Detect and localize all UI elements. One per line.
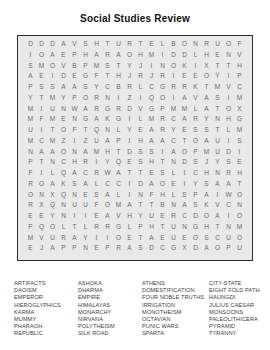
- grid-cell-r1c2: D: [36, 39, 47, 50]
- grid-cell-r18c3: O: [47, 222, 58, 233]
- grid-cell-r12c2: T: [36, 157, 47, 168]
- grid-cell-r7c8: G: [102, 104, 113, 115]
- grid-cell-r14c19: A: [223, 179, 234, 190]
- grid-cell-r1c4: A: [58, 39, 69, 50]
- grid-cell-r5c18: M: [212, 82, 223, 93]
- grid-cell-r13c12: E: [146, 168, 157, 179]
- grid-cell-r7c19: O: [223, 104, 234, 115]
- word-list-item: DOMESTIFICATION: [142, 287, 209, 294]
- grid-cell-r3c19: T: [223, 61, 234, 72]
- grid-cell-r1c15: O: [179, 39, 190, 50]
- grid-cell-r16c13: B: [157, 200, 168, 211]
- grid-cell-r5c17: T: [201, 82, 212, 93]
- grid-cell-r19c10: E: [124, 233, 135, 244]
- grid-cell-r19c9: O: [113, 233, 124, 244]
- grid-cell-r8c3: M: [47, 114, 58, 125]
- grid-cell-r7c1: M: [25, 104, 36, 115]
- grid-cell-r14c3: A: [47, 179, 58, 190]
- grid-cell-r18c4: L: [58, 222, 69, 233]
- grid-cell-r5c9: B: [113, 82, 124, 93]
- grid-cell-r18c15: N: [179, 222, 190, 233]
- grid-cell-r20c19: P: [223, 243, 234, 254]
- grid-cell-r12c7: I: [91, 157, 102, 168]
- grid-cell-r1c14: B: [168, 39, 179, 50]
- grid-cell-r10c1: M: [25, 136, 36, 147]
- word-list-item: ARTIFACTS: [14, 280, 78, 287]
- grid-cell-r13c11: T: [135, 168, 146, 179]
- grid-cell-r14c18: A: [212, 179, 223, 190]
- grid-cell-r19c5: A: [69, 233, 80, 244]
- grid-cell-r4c16: E: [190, 71, 201, 82]
- grid-cell-r17c8: A: [102, 211, 113, 222]
- grid-cell-r8c5: N: [69, 114, 80, 125]
- grid-cell-r17c16: D: [190, 211, 201, 222]
- grid-cell-r4c11: R: [135, 71, 146, 82]
- word-list-column-4: CITY-STATEEIGHT FOLD PATHHAUNGDIJULIUS C…: [209, 280, 266, 338]
- grid-cell-r3c4: V: [58, 61, 69, 72]
- grid-cell-r15c12: F: [146, 190, 157, 201]
- grid-cell-r20c12: D: [146, 243, 157, 254]
- grid-cell-r19c14: U: [168, 233, 179, 244]
- grid-cell-r13c3: L: [47, 168, 58, 179]
- grid-cell-r6c20: M: [234, 93, 245, 104]
- grid-cell-r18c14: U: [168, 222, 179, 233]
- grid-cell-r19c7: I: [91, 233, 102, 244]
- grid-cell-r13c18: N: [212, 168, 223, 179]
- grid-cell-r1c6: S: [80, 39, 91, 50]
- grid-cell-r11c10: D: [124, 147, 135, 158]
- grid-cell-r18c1: P: [25, 222, 36, 233]
- grid-cell-r13c20: H: [234, 168, 245, 179]
- grid-cell-r16c10: A: [124, 200, 135, 211]
- grid-cell-r4c15: E: [179, 71, 190, 82]
- grid-cell-r1c17: R: [201, 39, 212, 50]
- grid-cell-r11c15: O: [179, 147, 190, 158]
- grid-cell-r4c6: G: [80, 71, 91, 82]
- word-list-item: IRRIGATION: [142, 302, 209, 309]
- grid-cell-r6c1: Y: [25, 93, 36, 104]
- grid-cell-r2c7: A: [91, 50, 102, 61]
- grid-cell-r13c6: C: [80, 168, 91, 179]
- grid-cell-r16c7: F: [91, 200, 102, 211]
- word-list-item: HIEROGLYPHICS: [14, 302, 78, 309]
- grid-cell-r9c16: S: [190, 125, 201, 136]
- grid-cell-r18c16: G: [190, 222, 201, 233]
- grid-cell-r15c3: X: [47, 190, 58, 201]
- grid-cell-r11c16: P: [190, 147, 201, 158]
- grid-cell-r14c15: I: [179, 179, 190, 190]
- word-list-item: DHARMA: [78, 287, 142, 294]
- grid-cell-r14c14: E: [168, 179, 179, 190]
- grid-cell-r19c18: C: [212, 233, 223, 244]
- grid-cell-r13c13: S: [157, 168, 168, 179]
- word-list-item: PALEOLITHICERA: [209, 316, 266, 323]
- grid-cell-r15c6: E: [80, 190, 91, 201]
- grid-cell-r2c8: R: [102, 50, 113, 61]
- grid-cell-r16c14: N: [168, 200, 179, 211]
- grid-cell-r19c4: R: [58, 233, 69, 244]
- grid-cell-r15c10: I: [124, 190, 135, 201]
- grid-cell-r16c15: A: [179, 200, 190, 211]
- grid-cell-r19c16: O: [190, 233, 201, 244]
- grid-cell-r16c18: V: [212, 200, 223, 211]
- word-list-item: MONOTHEISM: [142, 309, 209, 316]
- grid-cell-r20c7: E: [91, 243, 102, 254]
- grid-cell-r9c12: A: [146, 125, 157, 136]
- grid-cell-r1c20: F: [234, 39, 245, 50]
- grid-cell-r15c19: W: [223, 190, 234, 201]
- grid-cell-r19c20: O: [234, 233, 245, 244]
- grid-cell-r14c13: O: [157, 179, 168, 190]
- grid-cell-r2c4: E: [58, 50, 69, 61]
- word-list-item: TYRANNY: [209, 330, 266, 337]
- grid-cell-r7c17: A: [201, 104, 212, 115]
- grid-cell-r14c8: C: [102, 179, 113, 190]
- puzzle-title: Social Studies Review: [0, 13, 270, 24]
- grid-cell-r8c2: F: [36, 114, 47, 125]
- grid-cell-r9c3: T: [47, 125, 58, 136]
- grid-cell-r16c3: Q: [47, 200, 58, 211]
- grid-cell-r4c12: J: [146, 71, 157, 82]
- grid-cell-r14c2: O: [36, 179, 47, 190]
- grid-cell-r17c2: E: [36, 211, 47, 222]
- grid-cell-r8c7: A: [91, 114, 102, 125]
- grid-cell-r10c5: I: [69, 136, 80, 147]
- grid-cell-r10c10: I: [124, 136, 135, 147]
- grid-cell-r14c7: L: [91, 179, 102, 190]
- grid-cell-r5c19: V: [223, 82, 234, 93]
- grid-cell-r13c19: R: [223, 168, 234, 179]
- grid-cell-r15c7: S: [91, 190, 102, 201]
- word-list-column-3: ATHENSDOMESTIFICATIONFOUR NOBLE TRUTHSIR…: [142, 280, 209, 338]
- grid-cell-r12c1: P: [25, 157, 36, 168]
- grid-cell-r13c10: T: [124, 168, 135, 179]
- grid-cell-r1c18: U: [212, 39, 223, 50]
- grid-cell-r20c16: D: [190, 243, 201, 254]
- grid-cell-r14c4: K: [58, 179, 69, 190]
- word-list-item: DAOISM: [14, 287, 78, 294]
- grid-cell-r20c20: U: [234, 243, 245, 254]
- grid-cell-r11c8: H: [102, 147, 113, 158]
- grid-cell-r9c7: Q: [91, 125, 102, 136]
- grid-cell-r6c5: P: [69, 93, 80, 104]
- grid-cell-r10c13: A: [157, 136, 168, 147]
- grid-cell-r7c9: R: [113, 104, 124, 115]
- grid-cell-r12c8: Y: [102, 157, 113, 168]
- grid-cell-r19c12: A: [146, 233, 157, 244]
- grid-cell-r7c11: V: [135, 104, 146, 115]
- grid-cell-r6c8: N: [102, 93, 113, 104]
- grid-cell-r18c18: T: [212, 222, 223, 233]
- grid-cell-r4c19: I: [223, 71, 234, 82]
- grid-cell-r18c10: L: [124, 222, 135, 233]
- grid-cell-r17c11: Y: [135, 211, 146, 222]
- word-list-item: EIGHT FOLD PATH: [209, 287, 266, 294]
- grid-cell-r10c14: C: [168, 136, 179, 147]
- word-list-item: PYRAMID: [209, 323, 266, 330]
- word-list-item: EMPIRE: [78, 294, 142, 301]
- grid-cell-r3c11: J: [135, 61, 146, 72]
- grid-cell-r3c1: S: [25, 61, 36, 72]
- grid-cell-r6c12: Q: [146, 93, 157, 104]
- grid-cell-r15c4: Q: [58, 190, 69, 201]
- grid-cell-r8c15: A: [179, 114, 190, 125]
- grid-cell-r8c11: L: [135, 114, 146, 125]
- grid-cell-r15c2: N: [36, 190, 47, 201]
- grid-cell-r10c15: T: [179, 136, 190, 147]
- grid-cell-r3c18: T: [212, 61, 223, 72]
- grid-cell-r15c8: A: [102, 190, 113, 201]
- grid-cell-r7c3: U: [47, 104, 58, 115]
- grid-cell-r8c13: R: [157, 114, 168, 125]
- grid-cell-r10c18: U: [212, 136, 223, 147]
- grid-cell-r12c3: N: [47, 157, 58, 168]
- grid-cell-r2c2: O: [36, 50, 47, 61]
- grid-cell-r6c9: I: [113, 93, 124, 104]
- grid-cell-r3c6: P: [80, 61, 91, 72]
- grid-cell-r5c20: C: [234, 82, 245, 93]
- grid-cell-r2c18: E: [212, 50, 223, 61]
- grid-cell-r8c18: N: [212, 114, 223, 125]
- grid-cell-r12c11: S: [135, 157, 146, 168]
- grid-cell-r5c6: S: [80, 82, 91, 93]
- grid-cell-r13c14: L: [168, 168, 179, 179]
- grid-cell-r19c19: U: [223, 233, 234, 244]
- grid-cell-r19c2: V: [36, 233, 47, 244]
- grid-cell-r11c19: D: [223, 147, 234, 158]
- grid-cell-r5c13: G: [157, 82, 168, 93]
- grid-cell-r11c13: I: [157, 147, 168, 158]
- grid-cell-r7c20: X: [234, 104, 245, 115]
- grid-cell-r6c19: I: [223, 93, 234, 104]
- grid-cell-r10c12: A: [146, 136, 157, 147]
- grid-cell-r3c5: B: [69, 61, 80, 72]
- grid-cell-r11c12: S: [146, 147, 157, 158]
- grid-cell-r5c7: Y: [91, 82, 102, 93]
- grid-cell-r2c16: L: [190, 50, 201, 61]
- grid-cell-r12c19: S: [223, 157, 234, 168]
- word-list-item: PUNIC WARS: [142, 323, 209, 330]
- grid-cell-r16c4: N: [58, 200, 69, 211]
- grid-cell-r7c15: M: [179, 104, 190, 115]
- grid-cell-r14c16: Y: [190, 179, 201, 190]
- grid-cell-r3c20: H: [234, 61, 245, 72]
- grid-cell-r2c13: I: [157, 50, 168, 61]
- grid-cell-r18c12: H: [146, 222, 157, 233]
- grid-cell-r11c11: S: [135, 147, 146, 158]
- grid-cell-r4c17: O: [201, 71, 212, 82]
- grid-cell-r1c12: E: [146, 39, 157, 50]
- grid-cell-r16c1: R: [25, 200, 36, 211]
- grid-cell-r11c5: N: [69, 147, 80, 158]
- grid-cell-r1c9: U: [113, 39, 124, 50]
- grid-cell-r17c4: N: [58, 211, 69, 222]
- grid-cell-r15c9: L: [113, 190, 124, 201]
- grid-cell-r15c1: O: [25, 190, 36, 201]
- grid-cell-r9c20: M: [234, 125, 245, 136]
- grid-cell-r15c14: L: [168, 190, 179, 201]
- grid-cell-r14c11: D: [135, 179, 146, 190]
- grid-cell-r17c7: E: [91, 211, 102, 222]
- grid-cell-r16c6: U: [80, 200, 91, 211]
- grid-cell-r20c11: S: [135, 243, 146, 254]
- grid-cell-r5c5: A: [69, 82, 80, 93]
- grid-cell-r11c4: O: [58, 147, 69, 158]
- word-list-item: MONARCHY: [78, 309, 142, 316]
- grid-cell-r7c5: W: [69, 104, 80, 115]
- grid-cell-r9c14: Y: [168, 125, 179, 136]
- grid-cell-r20c17: A: [201, 243, 212, 254]
- grid-cell-r2c14: D: [168, 50, 179, 61]
- grid-cell-r3c13: N: [157, 61, 168, 72]
- grid-cell-r7c12: G: [146, 104, 157, 115]
- grid-cell-r7c13: P: [157, 104, 168, 115]
- grid-cell-r1c13: L: [157, 39, 168, 50]
- grid-cell-r11c20: I: [234, 147, 245, 158]
- grid-cell-r6c18: S: [212, 93, 223, 104]
- grid-cell-r9c2: I: [36, 125, 47, 136]
- word-list-item: EMPEROR: [14, 294, 78, 301]
- grid-cell-r16c19: C: [223, 200, 234, 211]
- grid-cell-r4c7: F: [91, 71, 102, 82]
- grid-cell-r16c2: X: [36, 200, 47, 211]
- grid-cell-r6c4: Y: [58, 93, 69, 104]
- grid-cell-r4c2: E: [36, 71, 47, 82]
- grid-cell-r20c2: J: [36, 243, 47, 254]
- grid-cell-r2c3: A: [47, 50, 58, 61]
- word-list-item: SPARTA: [142, 330, 209, 337]
- grid-cell-r10c19: I: [223, 136, 234, 147]
- grid-cell-r9c1: U: [25, 125, 36, 136]
- grid-cell-r10c11: H: [135, 136, 146, 147]
- grid-cell-r4c9: H: [113, 71, 124, 82]
- grid-cell-r8c10: I: [124, 114, 135, 125]
- grid-cell-r5c12: C: [146, 82, 157, 93]
- grid-cell-r13c8: W: [102, 168, 113, 179]
- grid-cell-r7c2: I: [36, 104, 47, 115]
- grid-cell-r20c14: G: [168, 243, 179, 254]
- grid-cell-r19c11: T: [135, 233, 146, 244]
- grid-cell-r12c6: R: [80, 157, 91, 168]
- grid-cell-r5c14: R: [168, 82, 179, 93]
- grid-cell-r4c4: D: [58, 71, 69, 82]
- grid-cell-r14c9: C: [113, 179, 124, 190]
- grid-cell-r6c16: V: [190, 93, 201, 104]
- grid-cell-r2c9: A: [113, 50, 124, 61]
- word-list-item: REPUBLIC: [14, 330, 78, 337]
- grid-cell-r3c9: T: [113, 61, 124, 72]
- grid-cell-r5c16: K: [190, 82, 201, 93]
- grid-cell-r20c6: N: [80, 243, 91, 254]
- grid-cell-r20c15: X: [179, 243, 190, 254]
- grid-cell-r6c6: O: [80, 93, 91, 104]
- grid-cell-r6c10: Z: [124, 93, 135, 104]
- grid-cell-r2c10: O: [124, 50, 135, 61]
- grid-cell-r7c16: L: [190, 104, 201, 115]
- word-list-item: OCTAVIAN: [142, 316, 209, 323]
- grid-cell-r7c18: T: [212, 104, 223, 115]
- grid-cell-r20c5: P: [69, 243, 80, 254]
- grid-cell-r17c1: E: [25, 211, 36, 222]
- grid-cell-r13c15: I: [179, 168, 190, 179]
- grid-cell-r1c11: T: [135, 39, 146, 50]
- grid-cell-r17c10: H: [124, 211, 135, 222]
- grid-cell-r11c18: U: [212, 147, 223, 158]
- grid-cell-r9c19: L: [223, 125, 234, 136]
- grid-cell-r9c4: O: [58, 125, 69, 136]
- grid-cell-r4c3: I: [47, 71, 58, 82]
- grid-cell-r16c16: S: [190, 200, 201, 211]
- grid-cell-r12c16: S: [190, 157, 201, 168]
- grid-cell-r9c11: E: [135, 125, 146, 136]
- worksheet-page: Social Studies Review DDDAVSHTURTELBONRU…: [0, 0, 270, 350]
- grid-cell-r15c20: O: [234, 190, 245, 201]
- grid-cell-r18c11: P: [135, 222, 146, 233]
- grid-cell-r3c16: I: [190, 61, 201, 72]
- grid-cell-r8c20: G: [234, 114, 245, 125]
- grid-cell-r5c15: R: [179, 82, 190, 93]
- word-list-item: POLYTHEISM: [78, 323, 142, 330]
- grid-cell-r17c6: I: [80, 211, 91, 222]
- grid-cell-r15c16: P: [190, 190, 201, 201]
- grid-cell-r16c11: T: [135, 200, 146, 211]
- grid-cell-r2c19: N: [223, 50, 234, 61]
- word-list-item: ASHOKA: [78, 280, 142, 287]
- word-list-item: ATHENS: [142, 280, 209, 287]
- grid-cell-r19c6: Y: [80, 233, 91, 244]
- word-list-item: KARMA: [14, 309, 78, 316]
- grid-cell-r6c3: M: [47, 93, 58, 104]
- grid-cell-r6c2: T: [36, 93, 47, 104]
- grid-cell-r9c9: L: [113, 125, 124, 136]
- word-list-column-2: ASHOKADHARMAEMPIREHIMALAYASMONARCHYNIRVA…: [78, 280, 142, 338]
- grid-cell-r2c1: I: [25, 50, 36, 61]
- grid-cell-r12c20: E: [234, 157, 245, 168]
- grid-cell-r3c15: K: [179, 61, 190, 72]
- grid-cell-r9c17: S: [201, 125, 212, 136]
- grid-cell-r10c3: M: [47, 136, 58, 147]
- grid-cell-r10c9: P: [113, 136, 124, 147]
- grid-cell-r3c8: S: [102, 61, 113, 72]
- grid-cell-r1c1: D: [25, 39, 36, 50]
- grid-cell-r14c1: R: [25, 179, 36, 190]
- grid-cell-r20c3: A: [47, 243, 58, 254]
- grid-cell-r20c10: A: [124, 243, 135, 254]
- grid-cell-r4c8: T: [102, 71, 113, 82]
- grid-cell-r20c4: P: [58, 243, 69, 254]
- grid-cell-r13c17: H: [201, 168, 212, 179]
- grid-cell-r4c5: E: [69, 71, 80, 82]
- grid-cell-r1c8: T: [102, 39, 113, 50]
- grid-cell-r7c10: D: [124, 104, 135, 115]
- grid-cell-r11c14: A: [168, 147, 179, 158]
- grid-cell-r18c17: H: [201, 222, 212, 233]
- grid-cell-r5c4: A: [58, 82, 69, 93]
- grid-cell-r17c3: Y: [47, 211, 58, 222]
- grid-cell-r3c3: O: [47, 61, 58, 72]
- grid-cell-r18c7: R: [91, 222, 102, 233]
- grid-cell-r6c14: I: [168, 93, 179, 104]
- grid-cell-r15c13: H: [157, 190, 168, 201]
- grid-cell-r17c15: C: [179, 211, 190, 222]
- grid-cell-r11c6: A: [80, 147, 91, 158]
- grid-cell-r18c8: R: [102, 222, 113, 233]
- grid-cell-r15c5: N: [69, 190, 80, 201]
- grid-cell-r11c9: T: [113, 147, 124, 158]
- grid-cell-r17c18: A: [212, 211, 223, 222]
- grid-cell-r18c6: L: [80, 222, 91, 233]
- grid-cell-r9c18: T: [212, 125, 223, 136]
